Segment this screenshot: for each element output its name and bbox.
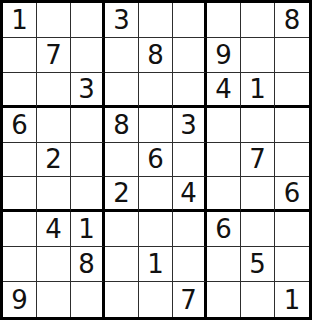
- sudoku-cell-r6c1[interactable]: [3, 177, 37, 212]
- sudoku-cell-r9c2[interactable]: [37, 282, 71, 317]
- sudoku-cell-r6c3[interactable]: [71, 177, 105, 212]
- sudoku-cell-r9c1[interactable]: 9: [3, 282, 37, 317]
- sudoku-cell-r4c7[interactable]: [207, 108, 241, 143]
- sudoku-cell-r2c6[interactable]: [173, 38, 207, 73]
- sudoku-cell-r2c8[interactable]: [241, 38, 275, 73]
- sudoku-cell-r5c1[interactable]: [3, 143, 37, 178]
- sudoku-cell-r9c4[interactable]: [105, 282, 139, 317]
- sudoku-cell-r8c7[interactable]: [207, 247, 241, 282]
- sudoku-cell-r1c1[interactable]: 1: [3, 3, 37, 38]
- sudoku-cell-r4c6[interactable]: 3: [173, 108, 207, 143]
- sudoku-cell-r2c4[interactable]: [105, 38, 139, 73]
- sudoku-page: 138789341683267246416815971: [0, 0, 312, 320]
- sudoku-cell-r3c4[interactable]: [105, 73, 139, 108]
- sudoku-cell-r6c6[interactable]: 4: [173, 177, 207, 212]
- sudoku-cell-r9c7[interactable]: [207, 282, 241, 317]
- sudoku-cell-r3c9[interactable]: [275, 73, 309, 108]
- sudoku-cell-r8c8[interactable]: 5: [241, 247, 275, 282]
- sudoku-cell-r4c3[interactable]: [71, 108, 105, 143]
- sudoku-cell-r7c6[interactable]: [173, 212, 207, 247]
- sudoku-cell-r4c5[interactable]: [139, 108, 173, 143]
- sudoku-cell-r8c4[interactable]: [105, 247, 139, 282]
- sudoku-cell-r8c3[interactable]: 8: [71, 247, 105, 282]
- sudoku-cell-r3c2[interactable]: [37, 73, 71, 108]
- sudoku-cell-r8c5[interactable]: 1: [139, 247, 173, 282]
- sudoku-cell-r4c8[interactable]: [241, 108, 275, 143]
- sudoku-cell-r5c5[interactable]: 6: [139, 143, 173, 178]
- sudoku-cell-r2c7[interactable]: 9: [207, 38, 241, 73]
- sudoku-cell-r7c4[interactable]: [105, 212, 139, 247]
- sudoku-cell-r2c3[interactable]: [71, 38, 105, 73]
- sudoku-cell-r3c8[interactable]: 1: [241, 73, 275, 108]
- sudoku-cell-r5c8[interactable]: 7: [241, 143, 275, 178]
- sudoku-cell-r5c2[interactable]: 2: [37, 143, 71, 178]
- sudoku-cell-r4c1[interactable]: 6: [3, 108, 37, 143]
- sudoku-cell-r1c4[interactable]: 3: [105, 3, 139, 38]
- sudoku-cell-r5c6[interactable]: [173, 143, 207, 178]
- sudoku-cell-r4c2[interactable]: [37, 108, 71, 143]
- sudoku-cell-r1c5[interactable]: [139, 3, 173, 38]
- sudoku-cell-r7c8[interactable]: [241, 212, 275, 247]
- sudoku-cell-r6c2[interactable]: [37, 177, 71, 212]
- sudoku-cell-r2c5[interactable]: 8: [139, 38, 173, 73]
- sudoku-cell-r3c6[interactable]: [173, 73, 207, 108]
- sudoku-cell-r9c5[interactable]: [139, 282, 173, 317]
- sudoku-cell-r5c7[interactable]: [207, 143, 241, 178]
- sudoku-cell-r3c7[interactable]: 4: [207, 73, 241, 108]
- sudoku-cell-r1c2[interactable]: [37, 3, 71, 38]
- sudoku-cell-r4c9[interactable]: [275, 108, 309, 143]
- sudoku-cell-r7c7[interactable]: 6: [207, 212, 241, 247]
- sudoku-cell-r7c2[interactable]: 4: [37, 212, 71, 247]
- sudoku-cell-r9c9[interactable]: 1: [275, 282, 309, 317]
- sudoku-cell-r3c3[interactable]: 3: [71, 73, 105, 108]
- sudoku-cell-r1c8[interactable]: [241, 3, 275, 38]
- sudoku-cell-r8c9[interactable]: [275, 247, 309, 282]
- sudoku-cell-r5c3[interactable]: [71, 143, 105, 178]
- sudoku-cell-r8c1[interactable]: [3, 247, 37, 282]
- sudoku-cell-r7c1[interactable]: [3, 212, 37, 247]
- sudoku-cell-r6c4[interactable]: 2: [105, 177, 139, 212]
- sudoku-cell-r7c3[interactable]: 1: [71, 212, 105, 247]
- sudoku-cell-r9c8[interactable]: [241, 282, 275, 317]
- sudoku-cell-r8c2[interactable]: [37, 247, 71, 282]
- sudoku-cell-r9c6[interactable]: 7: [173, 282, 207, 317]
- sudoku-cell-r9c3[interactable]: [71, 282, 105, 317]
- sudoku-cell-r2c2[interactable]: 7: [37, 38, 71, 73]
- sudoku-cell-r2c9[interactable]: [275, 38, 309, 73]
- sudoku-board: 138789341683267246416815971: [0, 0, 312, 320]
- sudoku-cell-r1c3[interactable]: [71, 3, 105, 38]
- sudoku-cell-r5c9[interactable]: [275, 143, 309, 178]
- sudoku-cell-r6c7[interactable]: [207, 177, 241, 212]
- sudoku-cell-r3c5[interactable]: [139, 73, 173, 108]
- sudoku-cell-r8c6[interactable]: [173, 247, 207, 282]
- sudoku-cell-r6c9[interactable]: 6: [275, 177, 309, 212]
- sudoku-cell-r2c1[interactable]: [3, 38, 37, 73]
- sudoku-cell-r1c6[interactable]: [173, 3, 207, 38]
- sudoku-cell-r3c1[interactable]: [3, 73, 37, 108]
- sudoku-cell-r6c8[interactable]: [241, 177, 275, 212]
- sudoku-cell-r1c9[interactable]: 8: [275, 3, 309, 38]
- sudoku-cell-r5c4[interactable]: [105, 143, 139, 178]
- sudoku-cell-r6c5[interactable]: [139, 177, 173, 212]
- sudoku-cell-r7c9[interactable]: [275, 212, 309, 247]
- sudoku-cell-r7c5[interactable]: [139, 212, 173, 247]
- sudoku-cell-r4c4[interactable]: 8: [105, 108, 139, 143]
- sudoku-cell-r1c7[interactable]: [207, 3, 241, 38]
